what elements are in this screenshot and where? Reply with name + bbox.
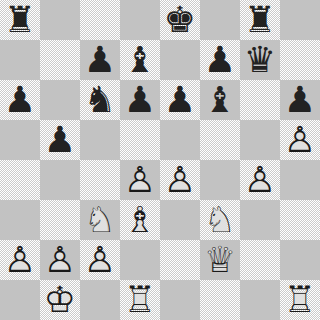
square-b6[interactable] xyxy=(40,80,80,120)
square-c2[interactable]: ♟♙ xyxy=(80,240,120,280)
white-king-piece: ♚♔ xyxy=(40,280,80,320)
square-c3[interactable]: ♞♘ xyxy=(80,200,120,240)
square-h2[interactable] xyxy=(280,240,320,280)
white-piece-outline-layer: ♙ xyxy=(120,160,160,200)
square-c7[interactable]: ♟ xyxy=(80,40,120,80)
black-pawn-piece: ♟ xyxy=(160,80,200,120)
white-bishop-piece: ♝♗ xyxy=(120,200,160,240)
black-piece-glyph: ♜ xyxy=(240,0,280,40)
white-knight-piece: ♞♘ xyxy=(200,200,240,240)
square-d5[interactable] xyxy=(120,120,160,160)
white-piece-outline-layer: ♙ xyxy=(160,160,200,200)
square-b5[interactable]: ♟ xyxy=(40,120,80,160)
square-a5[interactable] xyxy=(0,120,40,160)
square-h8[interactable] xyxy=(280,0,320,40)
square-c6[interactable]: ♞ xyxy=(80,80,120,120)
black-rook-piece: ♜ xyxy=(240,0,280,40)
square-f7[interactable]: ♟ xyxy=(200,40,240,80)
square-d2[interactable] xyxy=(120,240,160,280)
black-piece-glyph: ♟ xyxy=(160,80,200,120)
square-g4[interactable]: ♟♙ xyxy=(240,160,280,200)
white-piece-outline-layer: ♘ xyxy=(80,200,120,240)
black-piece-glyph: ♟ xyxy=(0,80,40,120)
white-piece-outline-layer: ♙ xyxy=(80,240,120,280)
square-h4[interactable] xyxy=(280,160,320,200)
square-f8[interactable] xyxy=(200,0,240,40)
square-c4[interactable] xyxy=(80,160,120,200)
square-g1[interactable] xyxy=(240,280,280,320)
white-pawn-piece: ♟♙ xyxy=(80,240,120,280)
white-piece-outline-layer: ♖ xyxy=(120,280,160,320)
square-h1[interactable]: ♜♖ xyxy=(280,280,320,320)
white-pawn-piece: ♟♙ xyxy=(120,160,160,200)
square-b1[interactable]: ♚♔ xyxy=(40,280,80,320)
square-b7[interactable] xyxy=(40,40,80,80)
square-b8[interactable] xyxy=(40,0,80,40)
square-h7[interactable] xyxy=(280,40,320,80)
white-piece-outline-layer: ♘ xyxy=(200,200,240,240)
square-f5[interactable] xyxy=(200,120,240,160)
white-piece-outline-layer: ♙ xyxy=(280,120,320,160)
white-pawn-piece: ♟♙ xyxy=(280,120,320,160)
square-e3[interactable] xyxy=(160,200,200,240)
square-g3[interactable] xyxy=(240,200,280,240)
square-h3[interactable] xyxy=(280,200,320,240)
square-e4[interactable]: ♟♙ xyxy=(160,160,200,200)
black-bishop-piece: ♝ xyxy=(200,80,240,120)
square-h5[interactable]: ♟♙ xyxy=(280,120,320,160)
square-a8[interactable]: ♜ xyxy=(0,0,40,40)
square-g7[interactable]: ♛ xyxy=(240,40,280,80)
white-piece-outline-layer: ♙ xyxy=(40,240,80,280)
square-b3[interactable] xyxy=(40,200,80,240)
black-piece-glyph: ♝ xyxy=(120,40,160,80)
square-g2[interactable] xyxy=(240,240,280,280)
square-e2[interactable] xyxy=(160,240,200,280)
square-c5[interactable] xyxy=(80,120,120,160)
black-pawn-piece: ♟ xyxy=(120,80,160,120)
square-b2[interactable]: ♟♙ xyxy=(40,240,80,280)
square-f6[interactable]: ♝ xyxy=(200,80,240,120)
square-g6[interactable] xyxy=(240,80,280,120)
white-knight-piece: ♞♘ xyxy=(80,200,120,240)
black-piece-glyph: ♟ xyxy=(280,80,320,120)
white-queen-piece: ♛♕ xyxy=(200,240,240,280)
white-pawn-piece: ♟♙ xyxy=(160,160,200,200)
chess-board-window: ♜♚♜♟♝♟♛♟♞♟♟♝♟♟♟♙♟♙♟♙♟♙♞♘♝♗♞♘♟♙♟♙♟♙♛♕♚♔♜♖… xyxy=(0,0,320,320)
white-piece-outline-layer: ♙ xyxy=(240,160,280,200)
white-piece-outline-layer: ♖ xyxy=(280,280,320,320)
square-e5[interactable] xyxy=(160,120,200,160)
white-rook-piece: ♜♖ xyxy=(280,280,320,320)
square-d7[interactable]: ♝ xyxy=(120,40,160,80)
black-pawn-piece: ♟ xyxy=(200,40,240,80)
square-e1[interactable] xyxy=(160,280,200,320)
square-f3[interactable]: ♞♘ xyxy=(200,200,240,240)
black-king-piece: ♚ xyxy=(160,0,200,40)
black-rook-piece: ♜ xyxy=(0,0,40,40)
black-knight-piece: ♞ xyxy=(80,80,120,120)
white-rook-piece: ♜♖ xyxy=(120,280,160,320)
black-piece-glyph: ♚ xyxy=(160,0,200,40)
black-pawn-piece: ♟ xyxy=(0,80,40,120)
square-d8[interactable] xyxy=(120,0,160,40)
black-queen-piece: ♛ xyxy=(240,40,280,80)
black-piece-glyph: ♟ xyxy=(120,80,160,120)
square-a7[interactable] xyxy=(0,40,40,80)
square-b4[interactable] xyxy=(40,160,80,200)
white-piece-outline-layer: ♕ xyxy=(200,240,240,280)
chess-board: ♜♚♜♟♝♟♛♟♞♟♟♝♟♟♟♙♟♙♟♙♟♙♞♘♝♗♞♘♟♙♟♙♟♙♛♕♚♔♜♖… xyxy=(0,0,320,320)
black-piece-glyph: ♝ xyxy=(200,80,240,120)
black-piece-glyph: ♟ xyxy=(200,40,240,80)
black-pawn-piece: ♟ xyxy=(80,40,120,80)
black-piece-glyph: ♛ xyxy=(240,40,280,80)
square-a3[interactable] xyxy=(0,200,40,240)
black-piece-glyph: ♞ xyxy=(80,80,120,120)
square-d3[interactable]: ♝♗ xyxy=(120,200,160,240)
square-f1[interactable] xyxy=(200,280,240,320)
white-pawn-piece: ♟♙ xyxy=(240,160,280,200)
square-a1[interactable] xyxy=(0,280,40,320)
square-a6[interactable]: ♟ xyxy=(0,80,40,120)
white-pawn-piece: ♟♙ xyxy=(0,240,40,280)
black-bishop-piece: ♝ xyxy=(120,40,160,80)
square-g5[interactable] xyxy=(240,120,280,160)
square-a2[interactable]: ♟♙ xyxy=(0,240,40,280)
square-g8[interactable]: ♜ xyxy=(240,0,280,40)
black-pawn-piece: ♟ xyxy=(40,120,80,160)
square-e7[interactable] xyxy=(160,40,200,80)
black-pawn-piece: ♟ xyxy=(280,80,320,120)
square-d1[interactable]: ♜♖ xyxy=(120,280,160,320)
square-c1[interactable] xyxy=(80,280,120,320)
white-piece-outline-layer: ♗ xyxy=(120,200,160,240)
square-c8[interactable] xyxy=(80,0,120,40)
white-pawn-piece: ♟♙ xyxy=(40,240,80,280)
square-e8[interactable]: ♚ xyxy=(160,0,200,40)
square-d4[interactable]: ♟♙ xyxy=(120,160,160,200)
square-a4[interactable] xyxy=(0,160,40,200)
black-piece-glyph: ♟ xyxy=(80,40,120,80)
white-piece-outline-layer: ♙ xyxy=(0,240,40,280)
square-h6[interactable]: ♟ xyxy=(280,80,320,120)
black-piece-glyph: ♟ xyxy=(40,120,80,160)
square-d6[interactable]: ♟ xyxy=(120,80,160,120)
square-e6[interactable]: ♟ xyxy=(160,80,200,120)
white-piece-outline-layer: ♔ xyxy=(40,280,80,320)
black-piece-glyph: ♜ xyxy=(0,0,40,40)
square-f4[interactable] xyxy=(200,160,240,200)
square-f2[interactable]: ♛♕ xyxy=(200,240,240,280)
